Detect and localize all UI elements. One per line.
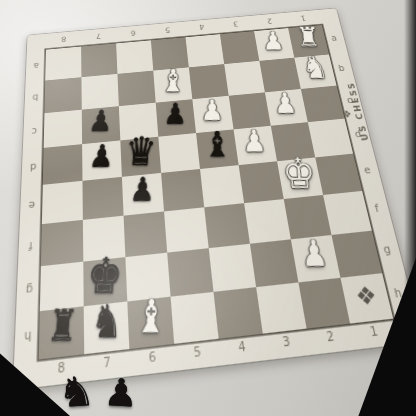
square-f1[interactable]: [323, 191, 372, 235]
square-f3[interactable]: [244, 199, 291, 244]
square-a7[interactable]: [81, 43, 117, 77]
piece-black-knight-h7[interactable]: ♞: [89, 299, 124, 345]
square-h6[interactable]: ♝: [127, 297, 174, 349]
square-d3[interactable]: ♟: [234, 126, 278, 165]
square-h1[interactable]: ❖: [340, 273, 393, 323]
square-e6[interactable]: ♟: [122, 173, 164, 216]
square-h5[interactable]: [171, 292, 219, 344]
file-label-right-d: d: [350, 129, 366, 139]
piece-white-pawn-a2[interactable]: ♟: [262, 28, 285, 53]
piece-black-pawn-c7[interactable]: ♟: [88, 106, 114, 135]
file-label-left-h: h: [19, 329, 36, 343]
piece-white-pawn-g2[interactable]: ♟: [300, 235, 329, 271]
file-label-right-c: c: [342, 96, 357, 106]
square-f4[interactable]: [204, 203, 250, 248]
square-a3[interactable]: [220, 31, 259, 64]
square-d8[interactable]: [43, 144, 83, 185]
file-label-right-b: b: [334, 64, 349, 73]
chess-board: ♟♜♝♞♟♟♟♟♟♛♝♟♟♚♚♟♜♞♝❖ ❖ US CHESS abcdefgh…: [13, 8, 416, 390]
piece-white-knight-b1[interactable]: ♞: [301, 53, 330, 83]
rank-label-bottom-4: 4: [219, 339, 265, 357]
piece-white-bishop-b5[interactable]: ♝: [159, 65, 185, 96]
square-a8[interactable]: [45, 47, 81, 81]
square-h7[interactable]: ♞: [84, 301, 130, 354]
square-d7[interactable]: ♟: [82, 140, 122, 180]
rank-label-top-6: 6: [116, 28, 151, 38]
piece-white-pawn-c2[interactable]: ♟: [273, 89, 298, 117]
square-d5[interactable]: [158, 133, 200, 173]
file-label-right-a: a: [327, 34, 341, 43]
square-e3[interactable]: [239, 161, 284, 203]
piece-black-queen-d6[interactable]: ♛: [124, 132, 157, 172]
rank-label-top-2: 2: [252, 16, 287, 26]
piece-black-pawn-c5[interactable]: ♟: [164, 99, 188, 128]
square-b3[interactable]: [224, 61, 265, 96]
file-label-left-d: d: [26, 161, 40, 172]
square-h4[interactable]: [214, 287, 263, 339]
square-e5[interactable]: [161, 169, 204, 211]
rank-label-top-3: 3: [218, 19, 253, 29]
board-corner-logo-icon: ❖: [354, 284, 379, 309]
captured-black-pawn[interactable]: ♟: [103, 373, 139, 413]
square-a6[interactable]: [116, 40, 153, 74]
file-label-left-c: c: [27, 126, 41, 136]
file-label-right-g: g: [379, 244, 396, 256]
piece-black-pawn-d7[interactable]: ♟: [89, 140, 116, 171]
rank-label-bottom-5: 5: [175, 344, 221, 362]
piece-white-pawn-c4[interactable]: ♟: [201, 96, 224, 124]
rank-label-top-8: 8: [46, 34, 81, 44]
board-grid: ♟♜♝♞♟♟♟♟♟♛♝♟♟♚♚♟♜♞♝❖: [39, 25, 394, 359]
rank-label-top-5: 5: [150, 25, 185, 35]
rank-label-bottom-6: 6: [130, 349, 176, 367]
square-e8[interactable]: [42, 181, 83, 224]
square-h8[interactable]: ♜: [39, 306, 85, 359]
file-label-left-g: g: [21, 282, 37, 295]
square-b8[interactable]: [44, 77, 81, 113]
file-label-right-e: e: [359, 165, 375, 176]
file-label-left-e: e: [24, 199, 39, 211]
square-e4[interactable]: [200, 165, 244, 207]
file-label-left-f: f: [23, 239, 38, 251]
square-b6[interactable]: [117, 71, 155, 107]
rank-label-bottom-2: 2: [307, 329, 353, 347]
piece-white-pawn-d3[interactable]: ♟: [242, 126, 267, 156]
rank-label-top-7: 7: [81, 31, 116, 41]
square-g5[interactable]: [167, 248, 213, 296]
rank-label-top-4: 4: [184, 22, 219, 32]
square-f8[interactable]: [41, 220, 83, 266]
square-e7[interactable]: [82, 177, 123, 220]
piece-white-king-e2[interactable]: ♚: [282, 152, 318, 194]
square-d4[interactable]: ♝: [196, 129, 239, 169]
piece-black-pawn-e6[interactable]: ♟: [130, 173, 156, 206]
square-e1[interactable]: [315, 154, 362, 195]
piece-black-bishop-d4[interactable]: ♝: [203, 127, 231, 162]
captured-black-knight[interactable]: ♞: [57, 371, 97, 414]
file-label-right-f: f: [369, 203, 386, 215]
square-g4[interactable]: [209, 244, 256, 292]
square-f6[interactable]: [124, 211, 168, 257]
square-a4[interactable]: [186, 34, 225, 67]
square-f5[interactable]: [164, 207, 209, 252]
photo-scene: ♟♜♝♞♟♟♟♟♟♛♝♟♟♚♚♟♜♞♝❖ ❖ US CHESS abcdefgh…: [0, 0, 416, 416]
piece-black-rook-h8[interactable]: ♜: [45, 305, 79, 348]
square-b1[interactable]: ♞: [294, 54, 336, 88]
file-label-left-a: a: [30, 61, 43, 70]
square-c5[interactable]: ♟: [156, 99, 196, 137]
square-c8[interactable]: [44, 110, 82, 148]
piece-white-rook-a1[interactable]: ♜: [295, 24, 321, 51]
piece-white-bishop-h6[interactable]: ♝: [134, 294, 167, 340]
file-label-left-b: b: [29, 92, 43, 102]
rank-label-bottom-3: 3: [264, 334, 310, 352]
square-g1[interactable]: [331, 231, 382, 278]
